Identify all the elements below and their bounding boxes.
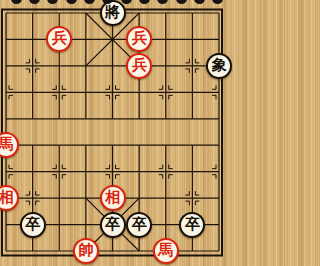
- piece-red-horse-2[interactable]: 馬: [153, 238, 179, 264]
- piece-red-soldier-3[interactable]: 兵: [126, 53, 152, 79]
- xiangqi-app: { "game": "xiangqi", "position": { "fen"…: [0, 0, 233, 266]
- piece-red-horse-1[interactable]: 馬: [0, 132, 19, 158]
- piece-black-soldier-2[interactable]: 卒: [100, 212, 126, 238]
- piece-black-general[interactable]: 將: [100, 0, 126, 26]
- piece-black-soldier-4[interactable]: 卒: [179, 212, 205, 238]
- piece-red-soldier-2[interactable]: 兵: [126, 26, 152, 52]
- piece-red-elephant-2[interactable]: 相: [100, 185, 126, 211]
- piece-grid: 將兵兵兵象馬相相卒卒卒帥卒馬: [0, 0, 232, 264]
- piece-red-soldier-1[interactable]: 兵: [46, 26, 72, 52]
- xiangqi-board[interactable]: 將兵兵兵象馬相相卒卒卒帥卒馬: [0, 0, 233, 266]
- piece-black-soldier-3[interactable]: 卒: [126, 212, 152, 238]
- piece-black-soldier-1[interactable]: 卒: [20, 212, 46, 238]
- piece-red-general[interactable]: 帥: [73, 238, 99, 264]
- piece-red-elephant-1[interactable]: 相: [0, 185, 19, 211]
- piece-black-elephant[interactable]: 象: [206, 53, 232, 79]
